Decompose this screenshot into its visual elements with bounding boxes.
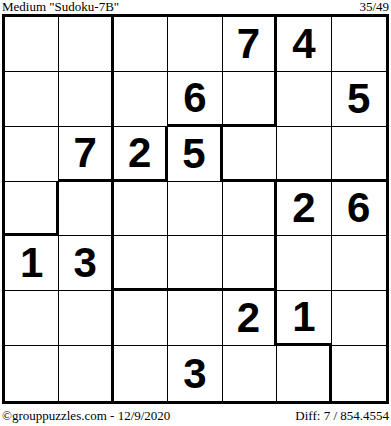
cell-r3c2[interactable]: 7 bbox=[59, 127, 113, 182]
givens-counter: 35/49 bbox=[359, 0, 389, 13]
cell-r5c2[interactable]: 3 bbox=[59, 236, 113, 291]
given-digit: 2 bbox=[128, 132, 151, 174]
cell-r6c4[interactable] bbox=[168, 291, 222, 346]
cell-r5c7[interactable] bbox=[332, 236, 386, 291]
given-digit: 6 bbox=[183, 77, 206, 119]
cell-r7c2[interactable] bbox=[59, 346, 113, 401]
cell-r7c1[interactable] bbox=[5, 346, 59, 401]
cell-r7c3[interactable] bbox=[114, 346, 168, 401]
page-title: Medium "Sudoku-7B" bbox=[2, 0, 119, 13]
footer: ©grouppuzzles.com - 12/9/2020 Diff: 7 / … bbox=[2, 406, 389, 426]
cell-r3c7[interactable] bbox=[332, 127, 386, 182]
cell-r6c5[interactable]: 2 bbox=[223, 291, 277, 346]
header: Medium "Sudoku-7B" 35/49 bbox=[2, 0, 389, 14]
given-digit: 7 bbox=[237, 23, 260, 65]
cell-r3c6[interactable] bbox=[277, 127, 331, 182]
cell-r4c4[interactable] bbox=[168, 182, 222, 237]
cell-r6c2[interactable] bbox=[59, 291, 113, 346]
cell-r2c5[interactable] bbox=[223, 72, 277, 127]
cell-r5c6[interactable] bbox=[277, 236, 331, 291]
cell-r5c4[interactable] bbox=[168, 236, 222, 291]
cell-r3c4[interactable]: 5 bbox=[168, 127, 222, 182]
cell-r4c2[interactable] bbox=[59, 182, 113, 237]
cell-r3c5[interactable] bbox=[223, 127, 277, 182]
cell-r4c3[interactable] bbox=[114, 182, 168, 237]
cell-r1c3[interactable] bbox=[114, 17, 168, 72]
cell-r4c7[interactable]: 6 bbox=[332, 182, 386, 237]
given-digit: 6 bbox=[347, 187, 370, 229]
footer-copyright: ©grouppuzzles.com - 12/9/2020 bbox=[2, 407, 170, 425]
given-digit: 7 bbox=[73, 132, 96, 174]
given-digit: 1 bbox=[20, 242, 43, 284]
cell-r1c1[interactable] bbox=[5, 17, 59, 72]
footer-difficulty: Diff: 7 / 854.4554 bbox=[295, 407, 389, 425]
cell-r7c7[interactable] bbox=[332, 346, 386, 401]
given-digit: 3 bbox=[183, 353, 206, 395]
cell-r4c6[interactable]: 2 bbox=[277, 182, 331, 237]
cell-r2c3[interactable] bbox=[114, 72, 168, 127]
given-digit: 5 bbox=[347, 78, 370, 120]
given-digit: 2 bbox=[292, 187, 315, 229]
cell-r5c3[interactable] bbox=[114, 236, 168, 291]
given-digit: 3 bbox=[73, 242, 96, 284]
given-digit: 5 bbox=[182, 133, 205, 175]
given-digit: 2 bbox=[237, 297, 260, 339]
cell-r2c2[interactable] bbox=[59, 72, 113, 127]
cell-r7c5[interactable] bbox=[223, 346, 277, 401]
cell-r3c3[interactable]: 2 bbox=[114, 127, 168, 182]
cell-r1c7[interactable] bbox=[332, 17, 386, 72]
cell-r2c4[interactable]: 6 bbox=[168, 72, 222, 127]
cell-r6c1[interactable] bbox=[5, 291, 59, 346]
cell-r1c5[interactable]: 7 bbox=[223, 17, 277, 72]
cell-r2c7[interactable]: 5 bbox=[332, 72, 386, 127]
cell-r7c6[interactable] bbox=[277, 346, 331, 401]
cell-r7c4[interactable]: 3 bbox=[168, 346, 222, 401]
cell-r2c6[interactable] bbox=[277, 72, 331, 127]
cell-r2c1[interactable] bbox=[5, 72, 59, 127]
cell-r4c5[interactable] bbox=[223, 182, 277, 237]
board: 74657252613213 bbox=[2, 14, 389, 404]
cell-r1c2[interactable] bbox=[59, 17, 113, 72]
cell-r6c6[interactable]: 1 bbox=[277, 291, 331, 346]
cell-r1c4[interactable] bbox=[168, 17, 222, 72]
cell-r4c1[interactable] bbox=[5, 182, 59, 237]
cell-r6c7[interactable] bbox=[332, 291, 386, 346]
cell-r1c6[interactable]: 4 bbox=[277, 17, 331, 72]
cell-r3c1[interactable] bbox=[5, 127, 59, 182]
cell-r5c5[interactable] bbox=[223, 236, 277, 291]
cell-r6c3[interactable] bbox=[114, 291, 168, 346]
given-digit: 1 bbox=[292, 296, 315, 338]
given-digit: 4 bbox=[292, 23, 315, 65]
cell-r5c1[interactable]: 1 bbox=[5, 236, 59, 291]
